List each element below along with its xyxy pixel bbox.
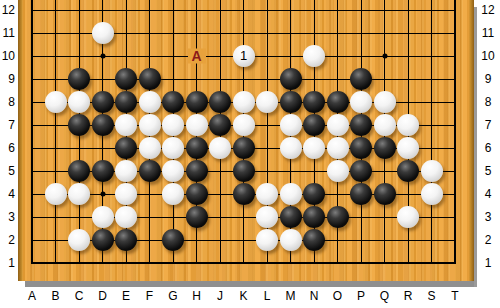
stone-black-D8[interactable] [92,91,114,113]
row-label-right-2: 2 [479,233,497,247]
stone-black-J8[interactable] [209,91,231,113]
col-label-T: T [445,289,465,303]
stone-white-F6[interactable] [139,137,161,159]
stone-black-G2[interactable] [162,229,184,251]
stone-white-L2[interactable] [256,229,278,251]
stone-white-Q7[interactable] [374,114,396,136]
row-label-right-3: 3 [479,210,497,224]
stone-white-N10[interactable] [303,45,325,67]
stone-white-L4[interactable] [256,183,278,205]
row-label-right-11: 11 [479,26,497,40]
row-label-right-5: 5 [479,164,497,178]
stone-black-C5[interactable] [68,160,90,182]
stone-white-S4[interactable] [421,183,443,205]
star-point-Q10 [382,54,387,59]
stone-white-F7[interactable] [139,114,161,136]
stone-white-M7[interactable] [280,114,302,136]
stone-black-H3[interactable] [186,206,208,228]
col-label-G: G [163,289,183,303]
row-label-left-11: 11 [0,26,15,40]
grid-hline-9 [31,79,456,80]
stone-white-K10[interactable]: 1 [233,45,255,67]
stone-black-M8[interactable] [280,91,302,113]
stone-black-F5[interactable] [139,160,161,182]
stone-white-M2[interactable] [280,229,302,251]
stone-white-C4[interactable] [68,183,90,205]
stone-white-F8[interactable] [139,91,161,113]
stone-black-E2[interactable] [115,229,137,251]
row-label-right-9: 9 [479,72,497,86]
row-label-left-8: 8 [0,95,15,109]
stone-black-F9[interactable] [139,68,161,90]
stone-white-G7[interactable] [162,114,184,136]
col-label-P: P [351,289,371,303]
row-label-right-8: 8 [479,95,497,109]
row-label-right-12: 12 [479,3,497,17]
row-label-right-1: 1 [479,256,497,270]
stone-white-L3[interactable] [256,206,278,228]
stone-white-D11[interactable] [92,22,114,44]
row-label-left-12: 12 [0,3,15,17]
col-label-H: H [187,289,207,303]
stone-white-B8[interactable] [45,91,67,113]
stone-black-K4[interactable] [233,183,255,205]
row-label-left-2: 2 [0,233,15,247]
stone-white-N6[interactable] [303,137,325,159]
col-label-D: D [93,289,113,303]
go-diagram: A 1 121211111010998877665544332211ABCDEF… [0,0,500,308]
stone-black-M3[interactable] [280,206,302,228]
stone-black-O8[interactable] [327,91,349,113]
board-shadow-bottom [25,281,477,287]
stone-black-E6[interactable] [115,137,137,159]
row-label-left-10: 10 [0,49,15,63]
col-label-C: C [69,289,89,303]
stone-white-L8[interactable] [256,91,278,113]
row-label-left-3: 3 [0,210,15,224]
stone-black-K6[interactable] [233,137,255,159]
stone-black-H4[interactable] [186,183,208,205]
stone-black-H6[interactable] [186,137,208,159]
star-point-D10 [100,54,105,59]
row-label-left-6: 6 [0,141,15,155]
row-label-left-7: 7 [0,118,15,132]
stone-white-R3[interactable] [397,206,419,228]
col-label-B: B [46,289,66,303]
stone-black-N7[interactable] [303,114,325,136]
row-label-left-1: 1 [0,256,15,270]
stone-white-H7[interactable] [186,114,208,136]
stone-black-P4[interactable] [350,183,372,205]
row-label-left-4: 4 [0,187,15,201]
stone-black-D2[interactable] [92,229,114,251]
board-left-edge [18,0,23,281]
stone-black-O3[interactable] [327,206,349,228]
star-point-D4 [100,192,105,197]
stone-black-P9[interactable] [350,68,372,90]
stone-black-N3[interactable] [303,206,325,228]
stone-black-E9[interactable] [115,68,137,90]
stone-white-R6[interactable] [397,137,419,159]
stone-white-G4[interactable] [162,183,184,205]
stone-black-M9[interactable] [280,68,302,90]
stone-black-P5[interactable] [350,160,372,182]
col-label-L: L [257,289,277,303]
stone-white-C2[interactable] [68,229,90,251]
stone-black-N8[interactable] [303,91,325,113]
grid-vline-B [55,0,56,264]
stone-black-H8[interactable] [186,91,208,113]
stone-white-K7[interactable] [233,114,255,136]
stone-white-O6[interactable] [327,137,349,159]
stone-white-G5[interactable] [162,160,184,182]
stone-white-Q8[interactable] [374,91,396,113]
stone-white-S5[interactable] [421,160,443,182]
stone-black-C9[interactable] [68,68,90,90]
row-label-left-9: 9 [0,72,15,86]
stone-black-J7[interactable] [209,114,231,136]
col-label-F: F [140,289,160,303]
stone-white-E7[interactable] [115,114,137,136]
col-label-Q: Q [375,289,395,303]
stone-white-E5[interactable] [115,160,137,182]
col-label-K: K [234,289,254,303]
stone-black-Q4[interactable] [374,183,396,205]
col-label-N: N [304,289,324,303]
stone-black-N4[interactable] [303,183,325,205]
stone-white-P8[interactable] [350,91,372,113]
stone-black-C7[interactable] [68,114,90,136]
point-label-H10[interactable]: A [191,49,201,63]
grid-vline-S [431,0,432,264]
stone-black-N2[interactable] [303,229,325,251]
stone-white-J6[interactable] [209,137,231,159]
stone-black-Q6[interactable] [374,137,396,159]
stone-black-K5[interactable] [233,160,255,182]
row-label-left-5: 5 [0,164,15,178]
col-label-A: A [22,289,42,303]
stone-black-P7[interactable] [350,114,372,136]
stone-black-P6[interactable] [350,137,372,159]
col-label-S: S [422,289,442,303]
row-label-right-4: 4 [479,187,497,201]
stone-white-R7[interactable] [397,114,419,136]
col-label-R: R [398,289,418,303]
col-label-J: J [210,289,230,303]
col-label-M: M [281,289,301,303]
stone-black-E8[interactable] [115,91,137,113]
stone-white-M6[interactable] [280,137,302,159]
grid-vline-A [31,0,33,264]
stone-white-M4[interactable] [280,183,302,205]
stone-white-G6[interactable] [162,137,184,159]
board-shadow-right [474,7,477,287]
stone-white-O5[interactable] [327,160,349,182]
col-label-E: E [116,289,136,303]
stone-black-D5[interactable] [92,160,114,182]
stone-black-G8[interactable] [162,91,184,113]
row-label-right-10: 10 [479,49,497,63]
stone-black-D7[interactable] [92,114,114,136]
stone-white-O7[interactable] [327,114,349,136]
stone-black-H5[interactable] [186,160,208,182]
stone-white-E4[interactable] [115,183,137,205]
grid-hline-1 [31,262,456,264]
stone-white-B4[interactable] [45,183,67,205]
col-label-O: O [328,289,348,303]
grid-hline-12 [31,10,456,11]
grid-vline-T [454,0,456,264]
stone-white-C8[interactable] [68,91,90,113]
stone-white-K8[interactable] [233,91,255,113]
stone-white-E3[interactable] [115,206,137,228]
row-label-right-6: 6 [479,141,497,155]
stone-black-R5[interactable] [397,160,419,182]
row-label-right-7: 7 [479,118,497,132]
stone-white-D3[interactable] [92,206,114,228]
move-number-label: 1 [233,45,255,67]
